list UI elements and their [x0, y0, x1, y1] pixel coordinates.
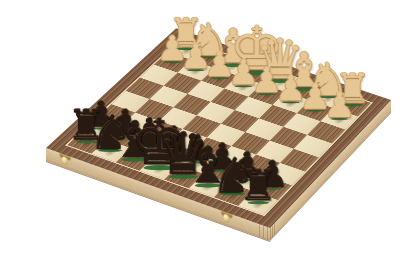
clasp-hook-icon	[62, 156, 68, 166]
chess-set-photo: ♜♞♝♚♛♝♞♜♟♟♟♟♟♟♟♟♟♟♟♟♟♟♟♟♜♞♝♚♛♝♞♜	[0, 0, 420, 259]
square-a8: ♜	[239, 191, 278, 214]
black-rook: ♜	[239, 165, 277, 207]
chess-board: ♜♞♝♚♛♝♞♜♟♟♟♟♟♟♟♟♟♟♟♟♟♟♟♟♜♞♝♚♛♝♞♜	[46, 28, 391, 228]
clasp-hook-icon	[224, 213, 230, 223]
board-squares: ♜♞♝♚♛♝♞♜♟♟♟♟♟♟♟♟♟♟♟♟♟♟♟♟♜♞♝♚♛♝♞♜	[65, 38, 373, 216]
white-pawn: ♟	[323, 88, 355, 123]
